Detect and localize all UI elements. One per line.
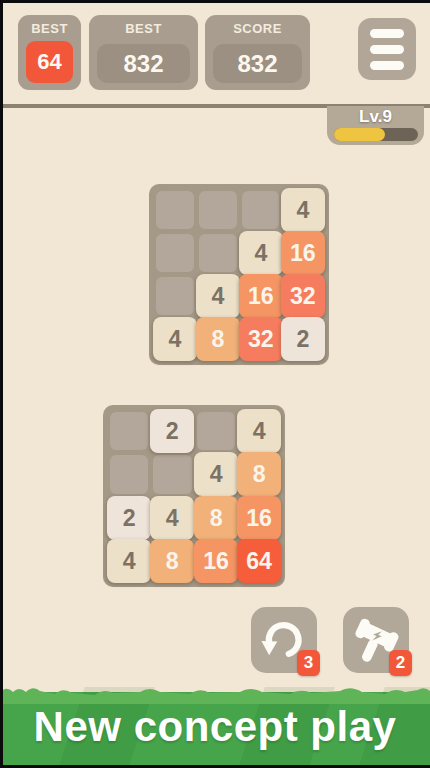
best-small-label: BEST: [18, 21, 81, 36]
best-panel: BEST 832: [89, 15, 198, 90]
cell-r1c1: [156, 191, 194, 229]
level-progress-fill: [334, 128, 385, 141]
cell-r2c1: [156, 234, 194, 272]
cell-r3c1: 2: [110, 499, 148, 537]
cell-r1c4: 4: [284, 191, 322, 229]
cell-r2c2: [153, 455, 191, 493]
undo-count-badge: 3: [297, 650, 320, 676]
tile-16: 16: [281, 231, 325, 275]
tile-4: 4: [193, 452, 237, 496]
cell-r3c4: 16: [240, 499, 278, 537]
cell-r2c2: [199, 234, 237, 272]
score-value: 832: [213, 44, 302, 83]
cell-r4c4: 2: [284, 320, 322, 358]
tile-8: 8: [196, 317, 240, 361]
best-small-value-tile: 64: [26, 41, 73, 83]
tile-8: 8: [237, 452, 281, 496]
tile-4: 4: [281, 188, 325, 232]
cell-r3c3: 16: [242, 277, 280, 315]
hamburger-icon: [370, 61, 404, 70]
cell-r3c3: 8: [197, 499, 235, 537]
grass-edge: [0, 684, 430, 704]
cell-r3c2: 4: [199, 277, 237, 315]
app-screen: BEST 64 BEST 832 SCORE 832 Lv.9 44164163…: [0, 0, 430, 768]
screen-edge: [0, 0, 3, 768]
cell-r3c4: 32: [284, 277, 322, 315]
cell-r2c3: 4: [197, 455, 235, 493]
board-top[interactable]: 44164163248322: [149, 184, 329, 365]
tile-64: 64: [237, 539, 281, 583]
cell-r4c3: 16: [197, 542, 235, 580]
cell-r1c2: 2: [153, 412, 191, 450]
cell-r3c1: [156, 277, 194, 315]
cell-r1c1: [110, 412, 148, 450]
cell-r4c4: 64: [240, 542, 278, 580]
cell-r1c3: [242, 191, 280, 229]
cell-r1c2: [199, 191, 237, 229]
screen-edge: [0, 0, 430, 3]
best-label: BEST: [89, 21, 198, 36]
tile-16: 16: [193, 539, 237, 583]
cell-r4c1: 4: [156, 320, 194, 358]
tile-8: 8: [150, 539, 194, 583]
tile-2: 2: [107, 495, 151, 539]
cell-r4c1: 4: [110, 542, 148, 580]
cell-r2c4: 8: [240, 455, 278, 493]
hammer-count-badge: 2: [389, 650, 412, 676]
tile-32: 32: [238, 317, 282, 361]
cell-r2c4: 16: [284, 234, 322, 272]
cell-r2c3: 4: [242, 234, 280, 272]
menu-button[interactable]: [358, 18, 416, 80]
tile-4: 4: [107, 539, 151, 583]
tile-4: 4: [153, 317, 197, 361]
score-label: SCORE: [205, 21, 310, 36]
banner-text: New concept play: [0, 703, 430, 751]
level-indicator: Lv.9: [327, 106, 424, 145]
hamburger-icon: [370, 29, 404, 38]
level-label: Lv.9: [327, 107, 424, 127]
bottom-banner: New concept play: [0, 684, 430, 768]
hamburger-icon: [370, 45, 404, 54]
tile-4: 4: [237, 409, 281, 453]
cell-r2c1: [110, 455, 148, 493]
cell-r1c3: [197, 412, 235, 450]
board-bottom[interactable]: 244824816481664: [103, 405, 285, 587]
tile-16: 16: [237, 495, 281, 539]
score-panel: SCORE 832: [205, 15, 310, 90]
undo-button[interactable]: 3: [251, 607, 317, 673]
tile-2: 2: [150, 409, 194, 453]
cell-r1c4: 4: [240, 412, 278, 450]
tile-32: 32: [281, 274, 325, 318]
tile-2: 2: [281, 317, 325, 361]
hammer-button[interactable]: 2: [343, 607, 409, 673]
best-panel-small: BEST 64: [18, 15, 81, 90]
tile-4: 4: [196, 274, 240, 318]
cell-r4c2: 8: [153, 542, 191, 580]
cell-r4c3: 32: [242, 320, 280, 358]
tile-4: 4: [238, 231, 282, 275]
tile-16: 16: [238, 274, 282, 318]
cell-r4c2: 8: [199, 320, 237, 358]
cell-r3c2: 4: [153, 499, 191, 537]
tile-8: 8: [193, 495, 237, 539]
tile-4: 4: [150, 495, 194, 539]
level-progress-track: [334, 128, 418, 141]
best-value: 832: [97, 44, 190, 83]
